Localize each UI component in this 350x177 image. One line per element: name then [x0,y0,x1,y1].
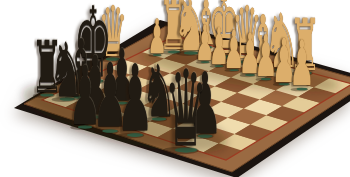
chess-set-product-photo: ♝♜♞♟♚♛♛♟♝♟♞♟♜♟♟♚♟♟♜♝♞♟♟♞♟♟♟♟♛ Product ph… [0,0,350,177]
chess-board [0,0,350,177]
